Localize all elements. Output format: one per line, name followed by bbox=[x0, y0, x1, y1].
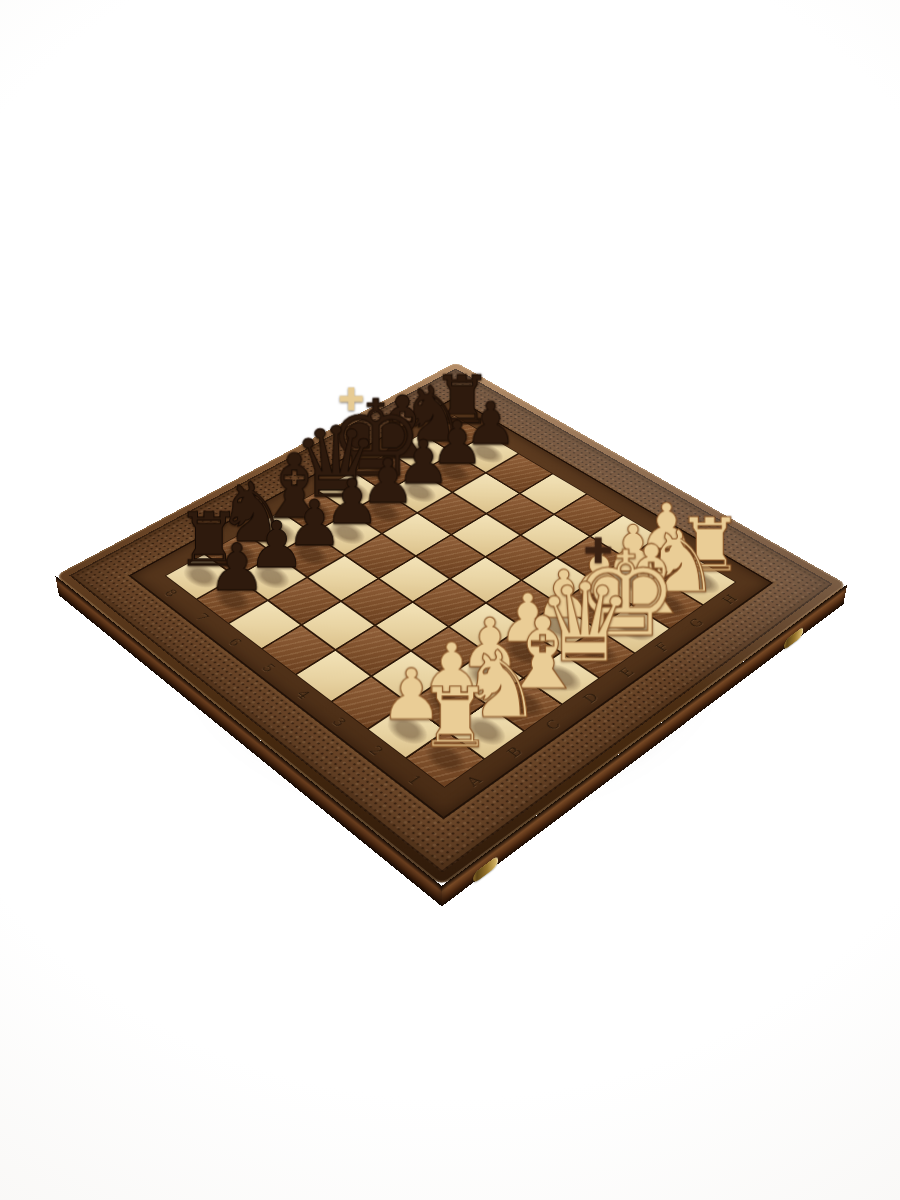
piece-contact-shadow bbox=[360, 497, 407, 526]
piece-contact-shadow bbox=[534, 610, 586, 644]
black-rook-h8: ♜ bbox=[432, 367, 476, 434]
carved-frame: ♜♟♟♜♞♟♟♞♝♟♟♝♚✚♟♟♚✚♛♟♟♛♝♟♟♝♞♟♟♞♜♟♟♜ 87654… bbox=[69, 369, 833, 873]
piece-contact-shadow bbox=[286, 539, 334, 570]
black-king-e8: ♚✚ bbox=[329, 386, 375, 492]
white-rook-h1: ♜ bbox=[676, 507, 725, 581]
piece-contact-shadow bbox=[418, 738, 474, 778]
black-king-finial: ✚ bbox=[338, 384, 365, 416]
piece-contact-shadow bbox=[604, 565, 655, 597]
chess-board: ♜♟♟♜♞♟♟♞♝♟♟♝♚✚♟♟♚✚♛♟♟♛♝♟♟♝♞♟♟♞♜♟♟♜ 87654… bbox=[55, 362, 847, 886]
piece-contact-shadow bbox=[420, 684, 474, 722]
board-face: ♜♟♟♜♞♟♟♞♝♟♟♝♚✚♟♟♚✚♛♟♟♛♝♟♟♝♞♟♟♞♜♟♟♜ 87654… bbox=[55, 362, 847, 886]
piece-contact-shadow bbox=[248, 561, 297, 593]
black-knight-b8: ♞ bbox=[216, 471, 264, 554]
product-photo-stage: ♜♟♟♜♞♟♟♞♝♟♟♝♚✚♟♟♚✚♛♟♟♛♝♟♟♝♞♟♟♞♜♟♟♜ 87654… bbox=[0, 0, 900, 1200]
piece-contact-shadow bbox=[458, 711, 513, 750]
